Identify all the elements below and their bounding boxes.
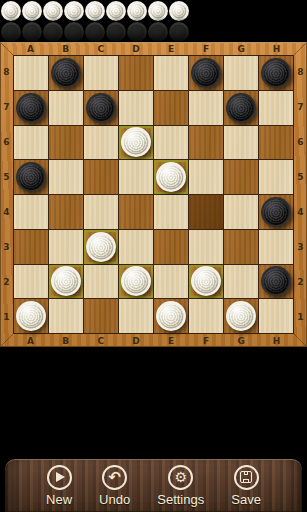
square-d8[interactable]	[119, 56, 153, 90]
black-piece-f8[interactable]	[191, 58, 221, 88]
tray-reflection-piece	[148, 22, 168, 42]
square-g2[interactable]	[224, 265, 258, 299]
square-f7[interactable]	[189, 91, 223, 125]
black-piece-h4[interactable]	[261, 197, 291, 227]
tray-reflection-piece	[1, 22, 21, 42]
tray-white-piece	[148, 1, 168, 21]
save-icon	[234, 465, 259, 490]
rank-label: 6	[0, 125, 13, 160]
black-piece-h8[interactable]	[261, 58, 291, 88]
square-e3[interactable]	[154, 230, 188, 264]
square-b6[interactable]	[49, 126, 83, 160]
white-piece-d2[interactable]	[121, 266, 151, 296]
square-b7[interactable]	[49, 91, 83, 125]
file-label: A	[13, 42, 48, 55]
square-f5[interactable]	[189, 160, 223, 194]
tray-white-piece	[22, 1, 42, 21]
rank-label: 1	[294, 299, 307, 334]
play-icon	[47, 465, 72, 490]
square-c4[interactable]	[84, 195, 118, 229]
square-a4[interactable]	[14, 195, 48, 229]
settings-button[interactable]: ⚙Settings	[157, 465, 204, 507]
square-c2[interactable]	[84, 265, 118, 299]
gear-glyph: ⚙	[174, 470, 187, 484]
undo-icon: ↶	[102, 465, 127, 490]
square-c8[interactable]	[84, 56, 118, 90]
file-label: D	[118, 334, 153, 347]
white-piece-e1[interactable]	[156, 301, 186, 331]
square-a7[interactable]	[14, 91, 48, 125]
toolbar-label: New	[46, 492, 72, 507]
square-b5[interactable]	[49, 160, 83, 194]
file-label: C	[83, 42, 118, 55]
square-h5[interactable]	[259, 160, 293, 194]
tray-white-piece	[169, 1, 189, 21]
white-piece-c3[interactable]	[86, 232, 116, 262]
white-piece-g1[interactable]	[226, 301, 256, 331]
tray-reflection-row	[0, 22, 307, 42]
rank-label: 2	[294, 264, 307, 299]
square-h2[interactable]	[259, 265, 293, 299]
square-e7[interactable]	[154, 91, 188, 125]
square-g1[interactable]	[224, 299, 258, 333]
tray-white-piece	[43, 1, 63, 21]
square-f4[interactable]	[189, 195, 223, 229]
file-label: H	[259, 42, 294, 55]
floppy-label	[243, 479, 249, 483]
rank-label: 3	[0, 229, 13, 264]
rank-label: 7	[294, 90, 307, 125]
file-label: G	[224, 334, 259, 347]
square-d6[interactable]	[119, 126, 153, 160]
square-g8[interactable]	[224, 56, 258, 90]
tray-white-row	[0, 1, 307, 21]
toolbar-label: Undo	[99, 492, 130, 507]
square-d3[interactable]	[119, 230, 153, 264]
file-label: F	[189, 42, 224, 55]
white-piece-a1[interactable]	[16, 301, 46, 331]
frame-corner-seam	[294, 42, 307, 55]
frame-corner-seam	[0, 334, 13, 347]
file-label: H	[259, 334, 294, 347]
square-d2[interactable]	[119, 265, 153, 299]
ranks-right: 87654321	[294, 55, 307, 334]
square-f1[interactable]	[189, 299, 223, 333]
square-a2[interactable]	[14, 265, 48, 299]
file-label: E	[154, 334, 189, 347]
square-g3[interactable]	[224, 230, 258, 264]
tray-white-piece	[1, 1, 21, 21]
square-g6[interactable]	[224, 126, 258, 160]
save-button[interactable]: Save	[231, 465, 261, 507]
square-d1[interactable]	[119, 299, 153, 333]
frame-corner-seam	[0, 42, 13, 55]
file-label: F	[189, 334, 224, 347]
square-b1[interactable]	[49, 299, 83, 333]
square-a5[interactable]	[14, 160, 48, 194]
tray-reflection-piece	[169, 22, 189, 42]
rank-label: 1	[0, 299, 13, 334]
floppy-shutter	[244, 472, 248, 475]
white-piece-e5[interactable]	[156, 162, 186, 192]
square-a1[interactable]	[14, 299, 48, 333]
tray-reflection-piece	[85, 22, 105, 42]
toolbar-label: Save	[231, 492, 261, 507]
black-piece-a5[interactable]	[16, 162, 46, 192]
white-piece-b2[interactable]	[51, 266, 81, 296]
rank-label: 6	[294, 125, 307, 160]
rank-label: 4	[294, 195, 307, 230]
white-piece-d6[interactable]	[121, 127, 151, 157]
tray-white-piece	[64, 1, 84, 21]
tray-reflection-piece	[106, 22, 126, 42]
rank-label: 4	[0, 195, 13, 230]
file-label: A	[13, 334, 48, 347]
square-f6[interactable]	[189, 126, 223, 160]
rank-label: 8	[0, 55, 13, 90]
floppy-disk	[240, 471, 252, 483]
file-label: G	[224, 42, 259, 55]
frame-corner-seam	[294, 334, 307, 347]
square-h4[interactable]	[259, 195, 293, 229]
black-piece-b8[interactable]	[51, 58, 81, 88]
square-g4[interactable]	[224, 195, 258, 229]
rank-label: 7	[0, 90, 13, 125]
black-gap	[0, 347, 307, 459]
square-c7[interactable]	[84, 91, 118, 125]
black-piece-g7[interactable]	[226, 93, 256, 123]
square-f2[interactable]	[189, 265, 223, 299]
square-h8[interactable]	[259, 56, 293, 90]
square-f8[interactable]	[189, 56, 223, 90]
square-c1[interactable]	[84, 299, 118, 333]
files-bottom: ABCDEFGH	[13, 334, 294, 347]
app-screen: ABCDEFGH ABCDEFGH 87654321 87654321 New↶…	[0, 0, 307, 512]
square-d4[interactable]	[119, 195, 153, 229]
files-top: ABCDEFGH	[13, 42, 294, 55]
black-piece-a7[interactable]	[16, 93, 46, 123]
tray-reflection-piece	[22, 22, 42, 42]
rank-label: 3	[294, 229, 307, 264]
captured-tray	[0, 0, 307, 42]
square-h3[interactable]	[259, 230, 293, 264]
square-a8[interactable]	[14, 56, 48, 90]
tray-white-piece	[127, 1, 147, 21]
tray-reflection-piece	[127, 22, 147, 42]
file-label: E	[154, 42, 189, 55]
tray-white-piece	[106, 1, 126, 21]
new-button[interactable]: New	[46, 465, 72, 507]
square-e1[interactable]	[154, 299, 188, 333]
square-e5[interactable]	[154, 160, 188, 194]
square-g7[interactable]	[224, 91, 258, 125]
square-b2[interactable]	[49, 265, 83, 299]
square-e8[interactable]	[154, 56, 188, 90]
square-a3[interactable]	[14, 230, 48, 264]
square-h6[interactable]	[259, 126, 293, 160]
tray-reflection-piece	[64, 22, 84, 42]
square-c6[interactable]	[84, 126, 118, 160]
white-piece-f2[interactable]	[191, 266, 221, 296]
undo-button[interactable]: ↶Undo	[99, 465, 130, 507]
square-e2[interactable]	[154, 265, 188, 299]
square-e4[interactable]	[154, 195, 188, 229]
square-f3[interactable]	[189, 230, 223, 264]
rank-label: 8	[294, 55, 307, 90]
square-g5[interactable]	[224, 160, 258, 194]
square-b8[interactable]	[49, 56, 83, 90]
gear-icon: ⚙	[168, 465, 193, 490]
square-c5[interactable]	[84, 160, 118, 194]
square-h1[interactable]	[259, 299, 293, 333]
tray-white-piece	[85, 1, 105, 21]
undo-arrow: ↶	[108, 470, 121, 485]
file-label: D	[118, 42, 153, 55]
black-piece-c7[interactable]	[86, 93, 116, 123]
play-triangle	[56, 472, 65, 482]
rank-label: 5	[294, 160, 307, 195]
bottom-toolbar: New↶Undo⚙SettingsSave	[5, 459, 302, 512]
toolbar-label: Settings	[157, 492, 204, 507]
board-grid	[13, 55, 294, 334]
square-d7[interactable]	[119, 91, 153, 125]
square-b3[interactable]	[49, 230, 83, 264]
checkers-board: ABCDEFGH ABCDEFGH 87654321 87654321	[0, 42, 307, 347]
tray-reflection-piece	[43, 22, 63, 42]
file-label: C	[83, 334, 118, 347]
square-c3[interactable]	[84, 230, 118, 264]
square-e6[interactable]	[154, 126, 188, 160]
file-label: B	[48, 42, 83, 55]
square-h7[interactable]	[259, 91, 293, 125]
ranks-left: 87654321	[0, 55, 13, 334]
square-d5[interactable]	[119, 160, 153, 194]
square-b4[interactable]	[49, 195, 83, 229]
rank-label: 5	[0, 160, 13, 195]
rank-label: 2	[0, 264, 13, 299]
square-a6[interactable]	[14, 126, 48, 160]
black-piece-h2[interactable]	[261, 266, 291, 296]
file-label: B	[48, 334, 83, 347]
